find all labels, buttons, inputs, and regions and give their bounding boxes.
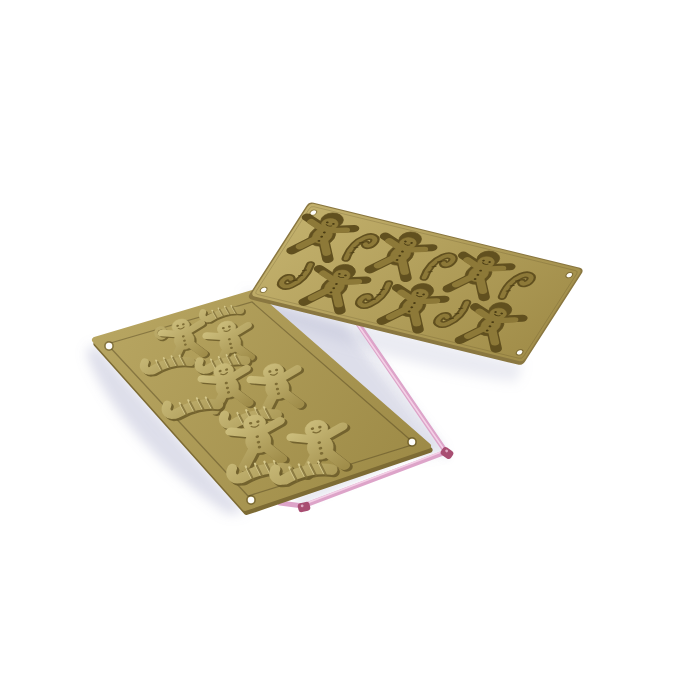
product-photo <box>0 0 700 700</box>
corner-hole <box>247 496 255 504</box>
product-photo-stage <box>0 0 700 700</box>
corner-hole <box>408 438 416 446</box>
corner-hole <box>105 342 113 350</box>
